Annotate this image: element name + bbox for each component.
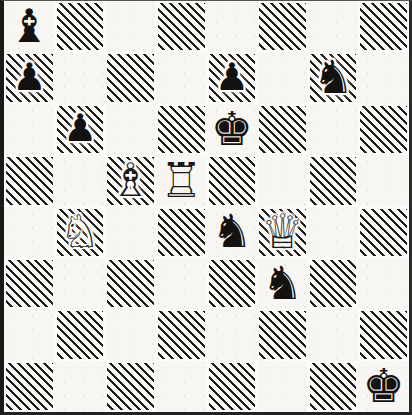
square-d1[interactable] xyxy=(156,361,207,412)
square-h4[interactable] xyxy=(358,207,409,258)
square-a6[interactable] xyxy=(4,104,55,155)
square-h6[interactable] xyxy=(358,104,409,155)
square-d8[interactable] xyxy=(156,1,207,52)
square-e7[interactable]: ♟ xyxy=(207,52,258,103)
black-knight-g7[interactable]: ♞ xyxy=(312,54,353,100)
white-queen-f4[interactable]: ♕ xyxy=(261,208,303,255)
square-f5[interactable] xyxy=(257,155,308,206)
chess-board: ♝♟♟♞♟♚♗♖♘♞♕♞♚ xyxy=(0,0,412,415)
black-pawn-e7[interactable]: ♟ xyxy=(215,58,249,96)
square-b7[interactable] xyxy=(55,52,106,103)
square-c5[interactable]: ♗ xyxy=(105,155,156,206)
black-king-e6[interactable]: ♚ xyxy=(211,105,253,152)
square-c1[interactable] xyxy=(105,361,156,412)
square-h7[interactable] xyxy=(358,52,409,103)
square-b5[interactable] xyxy=(55,155,106,206)
square-e4[interactable]: ♞ xyxy=(207,207,258,258)
square-g8[interactable] xyxy=(308,1,359,52)
black-king-h1[interactable]: ♚ xyxy=(363,362,405,409)
square-h5[interactable] xyxy=(358,155,409,206)
square-f7[interactable] xyxy=(257,52,308,103)
white-rook-d5[interactable]: ♖ xyxy=(160,156,203,204)
square-c2[interactable] xyxy=(105,309,156,360)
square-c4[interactable] xyxy=(105,207,156,258)
black-knight-e4[interactable]: ♞ xyxy=(211,208,252,254)
square-e5[interactable] xyxy=(207,155,258,206)
square-g7[interactable]: ♞ xyxy=(308,52,359,103)
black-pawn-b6[interactable]: ♟ xyxy=(63,109,97,147)
square-b4[interactable]: ♘ xyxy=(55,207,106,258)
square-f8[interactable] xyxy=(257,1,308,52)
square-a2[interactable] xyxy=(4,309,55,360)
square-b1[interactable] xyxy=(55,361,106,412)
square-g6[interactable] xyxy=(308,104,359,155)
square-c8[interactable] xyxy=(105,1,156,52)
square-f6[interactable] xyxy=(257,104,308,155)
white-knight-b4[interactable]: ♘ xyxy=(59,208,100,254)
square-d3[interactable] xyxy=(156,258,207,309)
square-g4[interactable] xyxy=(308,207,359,258)
square-d5[interactable]: ♖ xyxy=(156,155,207,206)
chess-diagram: ♝♟♟♞♟♚♗♖♘♞♕♞♚ xyxy=(0,0,412,415)
square-h1[interactable]: ♚ xyxy=(358,361,409,412)
square-d4[interactable] xyxy=(156,207,207,258)
square-a7[interactable]: ♟ xyxy=(4,52,55,103)
square-f2[interactable] xyxy=(257,309,308,360)
square-b3[interactable] xyxy=(55,258,106,309)
square-g2[interactable] xyxy=(308,309,359,360)
square-a5[interactable] xyxy=(4,155,55,206)
square-e2[interactable] xyxy=(207,309,258,360)
square-h8[interactable] xyxy=(358,1,409,52)
square-g1[interactable] xyxy=(308,361,359,412)
square-c3[interactable] xyxy=(105,258,156,309)
square-e6[interactable]: ♚ xyxy=(207,104,258,155)
black-bishop-a8[interactable]: ♝ xyxy=(9,3,50,49)
square-a1[interactable] xyxy=(4,361,55,412)
square-d2[interactable] xyxy=(156,309,207,360)
square-f1[interactable] xyxy=(257,361,308,412)
square-c6[interactable] xyxy=(105,104,156,155)
square-e3[interactable] xyxy=(207,258,258,309)
square-d7[interactable] xyxy=(156,52,207,103)
square-a8[interactable]: ♝ xyxy=(4,1,55,52)
black-pawn-a7[interactable]: ♟ xyxy=(12,58,46,96)
square-g5[interactable] xyxy=(308,155,359,206)
square-a3[interactable] xyxy=(4,258,55,309)
square-g3[interactable] xyxy=(308,258,359,309)
square-f3[interactable]: ♞ xyxy=(257,258,308,309)
square-b8[interactable] xyxy=(55,1,106,52)
square-h3[interactable] xyxy=(358,258,409,309)
square-f4[interactable]: ♕ xyxy=(257,207,308,258)
square-a4[interactable] xyxy=(4,207,55,258)
square-e1[interactable] xyxy=(207,361,258,412)
square-e8[interactable] xyxy=(207,1,258,52)
white-bishop-c5[interactable]: ♗ xyxy=(110,157,151,203)
square-b2[interactable] xyxy=(55,309,106,360)
square-d6[interactable] xyxy=(156,104,207,155)
square-h2[interactable] xyxy=(358,309,409,360)
square-b6[interactable]: ♟ xyxy=(55,104,106,155)
square-c7[interactable] xyxy=(105,52,156,103)
black-knight-f3[interactable]: ♞ xyxy=(262,260,303,306)
